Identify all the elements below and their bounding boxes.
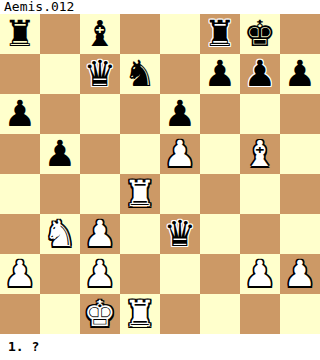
square-f2[interactable] [200, 254, 240, 294]
square-h2[interactable]: ♟ [280, 254, 320, 294]
piece-white-king[interactable]: ♚ [84, 294, 116, 334]
square-c1[interactable]: ♚ [80, 294, 120, 334]
square-h3[interactable] [280, 214, 320, 254]
square-b3[interactable]: ♞ [40, 214, 80, 254]
square-f8[interactable]: ♜ [200, 14, 240, 54]
square-b2[interactable] [40, 254, 80, 294]
square-f1[interactable] [200, 294, 240, 334]
square-c7[interactable]: ♛ [80, 54, 120, 94]
square-f6[interactable] [200, 94, 240, 134]
square-a1[interactable] [0, 294, 40, 334]
chess-diagram-window: Aemis.012 ♜♝♜♚♛♞♟♟♟♟♟♟♟♝♜♞♟♛♟♟♟♟♚♜ 1. ? [0, 0, 320, 360]
square-g3[interactable] [240, 214, 280, 254]
square-e6[interactable]: ♟ [160, 94, 200, 134]
square-c6[interactable] [80, 94, 120, 134]
square-a3[interactable] [0, 214, 40, 254]
piece-black-pawn[interactable]: ♟ [4, 94, 36, 134]
piece-black-knight[interactable]: ♞ [124, 54, 156, 94]
square-e4[interactable] [160, 174, 200, 214]
square-f4[interactable] [200, 174, 240, 214]
square-h8[interactable] [280, 14, 320, 54]
square-e8[interactable] [160, 14, 200, 54]
piece-white-pawn[interactable]: ♟ [84, 214, 116, 254]
square-e3[interactable]: ♛ [160, 214, 200, 254]
square-c2[interactable]: ♟ [80, 254, 120, 294]
square-h6[interactable] [280, 94, 320, 134]
piece-black-rook[interactable]: ♜ [4, 14, 36, 54]
piece-black-pawn[interactable]: ♟ [164, 94, 196, 134]
square-b1[interactable] [40, 294, 80, 334]
square-f3[interactable] [200, 214, 240, 254]
piece-black-pawn[interactable]: ♟ [244, 54, 276, 94]
move-prompt: 1. ? [0, 334, 320, 360]
square-b8[interactable] [40, 14, 80, 54]
square-f5[interactable] [200, 134, 240, 174]
piece-white-pawn[interactable]: ♟ [284, 254, 316, 294]
square-b7[interactable] [40, 54, 80, 94]
square-g1[interactable] [240, 294, 280, 334]
square-h7[interactable]: ♟ [280, 54, 320, 94]
square-a4[interactable] [0, 174, 40, 214]
square-d7[interactable]: ♞ [120, 54, 160, 94]
square-h5[interactable] [280, 134, 320, 174]
square-c5[interactable] [80, 134, 120, 174]
square-c3[interactable]: ♟ [80, 214, 120, 254]
square-a5[interactable] [0, 134, 40, 174]
piece-black-queen[interactable]: ♛ [84, 54, 116, 94]
square-g4[interactable] [240, 174, 280, 214]
square-e2[interactable] [160, 254, 200, 294]
square-b5[interactable]: ♟ [40, 134, 80, 174]
square-c8[interactable]: ♝ [80, 14, 120, 54]
square-g8[interactable]: ♚ [240, 14, 280, 54]
diagram-title: Aemis.012 [0, 0, 320, 14]
piece-white-knight[interactable]: ♞ [44, 214, 76, 254]
square-a6[interactable]: ♟ [0, 94, 40, 134]
square-e7[interactable] [160, 54, 200, 94]
square-d3[interactable] [120, 214, 160, 254]
piece-black-pawn[interactable]: ♟ [284, 54, 316, 94]
piece-white-bishop[interactable]: ♝ [244, 134, 276, 174]
square-e1[interactable] [160, 294, 200, 334]
piece-black-pawn[interactable]: ♟ [44, 134, 76, 174]
square-h1[interactable] [280, 294, 320, 334]
square-a8[interactable]: ♜ [0, 14, 40, 54]
square-g6[interactable] [240, 94, 280, 134]
piece-white-pawn[interactable]: ♟ [84, 254, 116, 294]
square-a2[interactable]: ♟ [0, 254, 40, 294]
square-d6[interactable] [120, 94, 160, 134]
piece-black-bishop[interactable]: ♝ [84, 14, 116, 54]
piece-black-pawn[interactable]: ♟ [204, 54, 236, 94]
piece-black-queen[interactable]: ♛ [164, 214, 196, 254]
square-d5[interactable] [120, 134, 160, 174]
square-e5[interactable]: ♟ [160, 134, 200, 174]
square-d4[interactable]: ♜ [120, 174, 160, 214]
piece-white-pawn[interactable]: ♟ [164, 134, 196, 174]
square-g5[interactable]: ♝ [240, 134, 280, 174]
piece-white-rook[interactable]: ♜ [124, 174, 156, 214]
square-b6[interactable] [40, 94, 80, 134]
chess-board[interactable]: ♜♝♜♚♛♞♟♟♟♟♟♟♟♝♜♞♟♛♟♟♟♟♚♜ [0, 14, 320, 334]
square-g7[interactable]: ♟ [240, 54, 280, 94]
piece-black-rook[interactable]: ♜ [204, 14, 236, 54]
piece-white-rook[interactable]: ♜ [124, 294, 156, 334]
piece-white-pawn[interactable]: ♟ [244, 254, 276, 294]
square-d8[interactable] [120, 14, 160, 54]
square-g2[interactable]: ♟ [240, 254, 280, 294]
square-h4[interactable] [280, 174, 320, 214]
piece-black-king[interactable]: ♚ [244, 14, 276, 54]
square-a7[interactable] [0, 54, 40, 94]
square-b4[interactable] [40, 174, 80, 214]
square-d2[interactable] [120, 254, 160, 294]
square-c4[interactable] [80, 174, 120, 214]
square-f7[interactable]: ♟ [200, 54, 240, 94]
piece-white-pawn[interactable]: ♟ [4, 254, 36, 294]
square-d1[interactable]: ♜ [120, 294, 160, 334]
